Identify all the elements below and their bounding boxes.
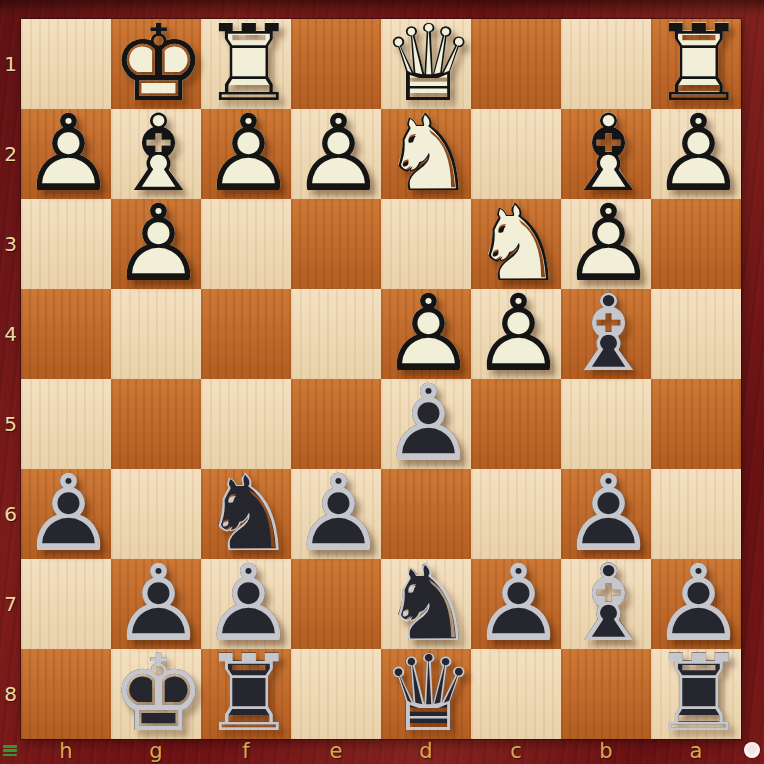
square-a2[interactable]: ♟♙ bbox=[651, 109, 741, 199]
square-b1[interactable] bbox=[561, 19, 651, 109]
square-a8[interactable]: ♜♖ bbox=[651, 649, 741, 739]
rank-label-8: 8 bbox=[0, 649, 21, 739]
square-h1[interactable] bbox=[21, 19, 111, 109]
rank-label-3: 3 bbox=[0, 199, 21, 289]
white-pawn[interactable]: ♟♙ bbox=[471, 289, 561, 379]
square-a1[interactable]: ♜♖ bbox=[651, 19, 741, 109]
black-rook[interactable]: ♜♖ bbox=[201, 649, 291, 739]
white-rook[interactable]: ♜♖ bbox=[651, 19, 741, 109]
black-queen[interactable]: ♛♕ bbox=[381, 649, 471, 739]
rank-label-2: 2 bbox=[0, 109, 21, 199]
square-d7[interactable]: ♞♘ bbox=[381, 559, 471, 649]
square-e6[interactable]: ♟♙ bbox=[291, 469, 381, 559]
square-e8[interactable] bbox=[291, 649, 381, 739]
square-h7[interactable] bbox=[21, 559, 111, 649]
square-f8[interactable]: ♜♖ bbox=[201, 649, 291, 739]
file-label-d: d bbox=[381, 739, 471, 764]
white-pawn[interactable]: ♟♙ bbox=[561, 199, 651, 289]
square-h4[interactable] bbox=[21, 289, 111, 379]
square-g7[interactable]: ♟♙ bbox=[111, 559, 201, 649]
square-g6[interactable] bbox=[111, 469, 201, 559]
square-f5[interactable] bbox=[201, 379, 291, 469]
black-rook[interactable]: ♜♖ bbox=[651, 649, 741, 739]
square-g3[interactable]: ♟♙ bbox=[111, 199, 201, 289]
black-pawn[interactable]: ♟♙ bbox=[201, 559, 291, 649]
square-g8[interactable]: ♚♔ bbox=[111, 649, 201, 739]
square-c3[interactable]: ♞♘ bbox=[471, 199, 561, 289]
square-f6[interactable]: ♞♘ bbox=[201, 469, 291, 559]
square-e1[interactable] bbox=[291, 19, 381, 109]
black-pawn[interactable]: ♟♙ bbox=[471, 559, 561, 649]
square-d4[interactable]: ♟♙ bbox=[381, 289, 471, 379]
square-f4[interactable] bbox=[201, 289, 291, 379]
turn-indicator-dot bbox=[744, 742, 760, 758]
square-g5[interactable] bbox=[111, 379, 201, 469]
square-c1[interactable] bbox=[471, 19, 561, 109]
menu-bar bbox=[3, 745, 17, 748]
black-bishop[interactable]: ♝♗ bbox=[561, 289, 651, 379]
square-d5[interactable]: ♟♙ bbox=[381, 379, 471, 469]
file-label-e: e bbox=[291, 739, 381, 764]
square-c6[interactable] bbox=[471, 469, 561, 559]
black-king[interactable]: ♚♔ bbox=[111, 649, 201, 739]
frame-top-shade bbox=[0, 0, 764, 19]
white-rook[interactable]: ♜♖ bbox=[201, 19, 291, 109]
square-e2[interactable]: ♟♙ bbox=[291, 109, 381, 199]
square-d1[interactable]: ♛♕ bbox=[381, 19, 471, 109]
square-a5[interactable] bbox=[651, 379, 741, 469]
black-pawn[interactable]: ♟♙ bbox=[651, 559, 741, 649]
square-h3[interactable] bbox=[21, 199, 111, 289]
rank-label-6: 6 bbox=[0, 469, 21, 559]
square-e3[interactable] bbox=[291, 199, 381, 289]
rank-label-4: 4 bbox=[0, 289, 21, 379]
white-pawn[interactable]: ♟♙ bbox=[201, 109, 291, 199]
square-e5[interactable] bbox=[291, 379, 381, 469]
rank-labels: 12345678 bbox=[0, 19, 21, 739]
black-bishop[interactable]: ♝♗ bbox=[561, 559, 651, 649]
square-f3[interactable] bbox=[201, 199, 291, 289]
square-c5[interactable] bbox=[471, 379, 561, 469]
square-b6[interactable]: ♟♙ bbox=[561, 469, 651, 559]
square-b4[interactable]: ♝♗ bbox=[561, 289, 651, 379]
black-pawn[interactable]: ♟♙ bbox=[111, 559, 201, 649]
white-king[interactable]: ♚♔ bbox=[111, 19, 201, 109]
square-a3[interactable] bbox=[651, 199, 741, 289]
square-b7[interactable]: ♝♗ bbox=[561, 559, 651, 649]
file-label-a: a bbox=[651, 739, 741, 764]
square-h2[interactable]: ♟♙ bbox=[21, 109, 111, 199]
black-pawn[interactable]: ♟♙ bbox=[21, 469, 111, 559]
white-pawn[interactable]: ♟♙ bbox=[291, 109, 381, 199]
rank-label-5: 5 bbox=[0, 379, 21, 469]
file-label-f: f bbox=[201, 739, 291, 764]
square-b5[interactable] bbox=[561, 379, 651, 469]
file-label-c: c bbox=[471, 739, 561, 764]
square-d6[interactable] bbox=[381, 469, 471, 559]
square-b2[interactable]: ♝♗ bbox=[561, 109, 651, 199]
square-c4[interactable]: ♟♙ bbox=[471, 289, 561, 379]
square-h6[interactable]: ♟♙ bbox=[21, 469, 111, 559]
black-pawn[interactable]: ♟♙ bbox=[381, 379, 471, 469]
square-d3[interactable] bbox=[381, 199, 471, 289]
white-knight[interactable]: ♞♘ bbox=[381, 109, 471, 199]
square-d2[interactable]: ♞♘ bbox=[381, 109, 471, 199]
file-labels: hgfedcba bbox=[21, 739, 741, 764]
square-b3[interactable]: ♟♙ bbox=[561, 199, 651, 289]
square-c2[interactable] bbox=[471, 109, 561, 199]
square-a6[interactable] bbox=[651, 469, 741, 559]
square-h8[interactable] bbox=[21, 649, 111, 739]
file-label-g: g bbox=[111, 739, 201, 764]
square-a7[interactable]: ♟♙ bbox=[651, 559, 741, 649]
rank-label-7: 7 bbox=[0, 559, 21, 649]
square-f7[interactable]: ♟♙ bbox=[201, 559, 291, 649]
white-pawn[interactable]: ♟♙ bbox=[21, 109, 111, 199]
square-h5[interactable] bbox=[21, 379, 111, 469]
square-e7[interactable] bbox=[291, 559, 381, 649]
white-pawn[interactable]: ♟♙ bbox=[381, 289, 471, 379]
square-d8[interactable]: ♛♕ bbox=[381, 649, 471, 739]
menu-bar bbox=[3, 754, 17, 757]
rank-label-1: 1 bbox=[0, 19, 21, 109]
black-knight[interactable]: ♞♘ bbox=[201, 469, 291, 559]
square-a4[interactable] bbox=[651, 289, 741, 379]
white-queen[interactable]: ♛♕ bbox=[381, 19, 471, 109]
square-f2[interactable]: ♟♙ bbox=[201, 109, 291, 199]
square-c7[interactable]: ♟♙ bbox=[471, 559, 561, 649]
white-bishop[interactable]: ♝♗ bbox=[111, 109, 201, 199]
chess-board: ♚♔♜♖♛♕♜♖♟♙♝♗♟♙♟♙♞♘♝♗♟♙♟♙♞♘♟♙♟♙♟♙♝♗♟♙♟♙♞♘… bbox=[21, 19, 741, 739]
white-pawn[interactable]: ♟♙ bbox=[111, 199, 201, 289]
menu-bar bbox=[3, 749, 17, 752]
square-g2[interactable]: ♝♗ bbox=[111, 109, 201, 199]
white-pawn[interactable]: ♟♙ bbox=[651, 109, 741, 199]
square-f1[interactable]: ♜♖ bbox=[201, 19, 291, 109]
square-e4[interactable] bbox=[291, 289, 381, 379]
black-pawn[interactable]: ♟♙ bbox=[291, 469, 381, 559]
square-g4[interactable] bbox=[111, 289, 201, 379]
square-g1[interactable]: ♚♔ bbox=[111, 19, 201, 109]
square-b8[interactable] bbox=[561, 649, 651, 739]
file-label-h: h bbox=[21, 739, 111, 764]
white-knight[interactable]: ♞♘ bbox=[471, 199, 561, 289]
white-bishop[interactable]: ♝♗ bbox=[561, 109, 651, 199]
board-frame: ♚♔♜♖♛♕♜♖♟♙♝♗♟♙♟♙♞♘♝♗♟♙♟♙♞♘♟♙♟♙♟♙♝♗♟♙♟♙♞♘… bbox=[0, 0, 764, 764]
hamburger-menu-icon[interactable] bbox=[3, 745, 17, 756]
file-label-b: b bbox=[561, 739, 651, 764]
black-pawn[interactable]: ♟♙ bbox=[561, 469, 651, 559]
square-c8[interactable] bbox=[471, 649, 561, 739]
black-knight[interactable]: ♞♘ bbox=[381, 559, 471, 649]
